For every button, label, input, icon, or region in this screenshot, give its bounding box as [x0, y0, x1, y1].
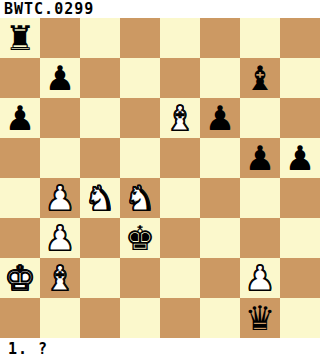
- square-b2[interactable]: ♝: [40, 258, 80, 298]
- square-g4[interactable]: [240, 178, 280, 218]
- black-pawn: ♟: [200, 98, 240, 138]
- square-h8[interactable]: [280, 18, 320, 58]
- white-knight: ♞: [80, 178, 120, 218]
- black-bishop: ♝: [240, 58, 280, 98]
- square-f1[interactable]: [200, 298, 240, 338]
- black-pawn: ♟: [280, 138, 320, 178]
- square-e5[interactable]: [160, 138, 200, 178]
- square-d5[interactable]: [120, 138, 160, 178]
- square-a2[interactable]: ♚: [0, 258, 40, 298]
- square-f5[interactable]: [200, 138, 240, 178]
- square-c8[interactable]: [80, 18, 120, 58]
- square-b4[interactable]: ♟: [40, 178, 80, 218]
- square-h1[interactable]: [280, 298, 320, 338]
- square-e1[interactable]: [160, 298, 200, 338]
- square-b3[interactable]: ♟: [40, 218, 80, 258]
- white-king: ♚: [0, 258, 40, 298]
- square-e8[interactable]: [160, 18, 200, 58]
- black-pawn: ♟: [0, 98, 40, 138]
- caption-bar: 1. ?: [0, 338, 320, 360]
- black-pawn: ♟: [240, 138, 280, 178]
- square-c1[interactable]: [80, 298, 120, 338]
- square-g3[interactable]: [240, 218, 280, 258]
- white-pawn: ♟: [40, 178, 80, 218]
- black-queen: ♛: [240, 298, 280, 338]
- square-h2[interactable]: [280, 258, 320, 298]
- chess-board: ♜♟♝♟♝♟♟♟♟♞♞♟♚♚♝♟♛: [0, 18, 320, 338]
- square-e2[interactable]: [160, 258, 200, 298]
- square-c4[interactable]: ♞: [80, 178, 120, 218]
- square-h5[interactable]: ♟: [280, 138, 320, 178]
- square-f4[interactable]: [200, 178, 240, 218]
- square-g2[interactable]: ♟: [240, 258, 280, 298]
- square-h3[interactable]: [280, 218, 320, 258]
- square-b1[interactable]: [40, 298, 80, 338]
- square-h4[interactable]: [280, 178, 320, 218]
- square-f6[interactable]: ♟: [200, 98, 240, 138]
- diagram-title: BWTC.0299: [0, 0, 94, 18]
- square-c3[interactable]: [80, 218, 120, 258]
- square-c5[interactable]: [80, 138, 120, 178]
- square-d6[interactable]: [120, 98, 160, 138]
- square-d3[interactable]: ♚: [120, 218, 160, 258]
- square-b5[interactable]: [40, 138, 80, 178]
- square-c7[interactable]: [80, 58, 120, 98]
- square-e4[interactable]: [160, 178, 200, 218]
- white-bishop: ♝: [160, 98, 200, 138]
- white-bishop: ♝: [40, 258, 80, 298]
- square-d1[interactable]: [120, 298, 160, 338]
- square-d2[interactable]: [120, 258, 160, 298]
- square-g1[interactable]: ♛: [240, 298, 280, 338]
- move-prompt: 1. ?: [0, 338, 48, 360]
- square-b6[interactable]: [40, 98, 80, 138]
- square-a8[interactable]: ♜: [0, 18, 40, 58]
- square-c2[interactable]: [80, 258, 120, 298]
- square-c6[interactable]: [80, 98, 120, 138]
- square-e7[interactable]: [160, 58, 200, 98]
- black-pawn: ♟: [40, 58, 80, 98]
- square-a7[interactable]: [0, 58, 40, 98]
- square-a6[interactable]: ♟: [0, 98, 40, 138]
- white-pawn: ♟: [40, 218, 80, 258]
- square-h7[interactable]: [280, 58, 320, 98]
- square-a5[interactable]: [0, 138, 40, 178]
- square-g6[interactable]: [240, 98, 280, 138]
- title-bar: BWTC.0299: [0, 0, 320, 18]
- white-pawn: ♟: [240, 258, 280, 298]
- square-a4[interactable]: [0, 178, 40, 218]
- black-king: ♚: [120, 218, 160, 258]
- square-f8[interactable]: [200, 18, 240, 58]
- white-knight: ♞: [120, 178, 160, 218]
- square-a1[interactable]: [0, 298, 40, 338]
- square-e6[interactable]: ♝: [160, 98, 200, 138]
- square-g7[interactable]: ♝: [240, 58, 280, 98]
- square-b7[interactable]: ♟: [40, 58, 80, 98]
- square-f2[interactable]: [200, 258, 240, 298]
- black-rook: ♜: [0, 18, 40, 58]
- square-g8[interactable]: [240, 18, 280, 58]
- square-g5[interactable]: ♟: [240, 138, 280, 178]
- square-d4[interactable]: ♞: [120, 178, 160, 218]
- square-a3[interactable]: [0, 218, 40, 258]
- square-h6[interactable]: [280, 98, 320, 138]
- square-d8[interactable]: [120, 18, 160, 58]
- square-f7[interactable]: [200, 58, 240, 98]
- square-e3[interactable]: [160, 218, 200, 258]
- square-b8[interactable]: [40, 18, 80, 58]
- square-d7[interactable]: [120, 58, 160, 98]
- square-f3[interactable]: [200, 218, 240, 258]
